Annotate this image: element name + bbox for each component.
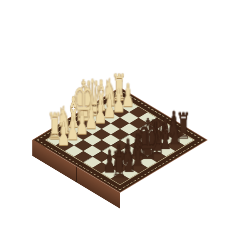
piece-white-bishop: ♝ [65,92,82,134]
piece-white-bishop: ♝ [92,75,109,117]
chess-board: ♜♟♟♜♞♟♟♞♝♟♟♝♛♟♟♛♚♟♟♚♝♟♟♝♞♟♟♞♜♟♟♜ [32,87,207,193]
piece-white-queen: ♛ [82,73,102,123]
piece-white-pawn: ♟ [121,79,134,111]
piece-black-pawn: ♟ [167,107,180,139]
piece-black-pawn: ♟ [112,140,125,172]
piece-black-rook: ♜ [176,108,191,144]
square-e6 [120,146,138,157]
chess-set: ♜♟♟♜♞♟♟♞♝♟♟♝♛♟♟♛♚♟♟♚♝♟♟♝♞♟♟♞♜♟♟♜ [32,87,207,193]
product-photo-background: ♜♟♟♜♞♟♟♞♝♟♟♝♛♟♟♛♚♟♟♚♝♟♟♝♞♟♟♞♜♟♟♜ [0,0,235,235]
fold-seam-side [76,166,77,182]
